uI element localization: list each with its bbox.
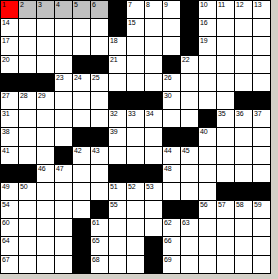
highlighted-cell-r1c4[interactable]: 4 (55, 1, 72, 18)
cell-r4c8[interactable] (127, 56, 144, 73)
cell-r11c3[interactable] (37, 183, 54, 200)
clue-number-11: 11 (218, 1, 225, 9)
clue-number-53: 53 (146, 183, 153, 191)
cell-r15c8[interactable] (127, 256, 144, 273)
clue-number-68: 68 (92, 256, 99, 264)
cell-r15c6[interactable]: 68 (91, 256, 108, 273)
cell-r7c13[interactable]: 35 (217, 110, 234, 127)
cell-r15c14[interactable] (235, 256, 252, 273)
cell-r14c14[interactable] (235, 237, 252, 254)
cell-r5c8[interactable] (127, 74, 144, 91)
cell-r8c3[interactable] (37, 128, 54, 145)
cell-r14c7[interactable] (109, 237, 126, 254)
cell-r7c2[interactable] (19, 110, 36, 127)
cell-r2c5[interactable] (73, 19, 90, 36)
cell-r9c7[interactable] (109, 147, 126, 164)
cell-r11c11[interactable] (181, 183, 198, 200)
selected-cell-r1c1[interactable]: 1 (1, 1, 18, 18)
cell-r7c14[interactable]: 36 (235, 110, 252, 127)
cell-r13c3[interactable] (37, 219, 54, 236)
cell-r11c1[interactable]: 49 (1, 183, 18, 200)
cell-r2c15[interactable] (253, 19, 270, 36)
clue-number-49: 49 (2, 183, 9, 191)
clue-number-51: 51 (110, 183, 117, 191)
cell-r13c6[interactable]: 61 (91, 219, 108, 236)
cell-r14c1[interactable]: 64 (1, 237, 18, 254)
cell-r2c8[interactable]: 15 (127, 19, 144, 36)
cell-r3c14[interactable] (235, 37, 252, 54)
black-cell-r1c11 (181, 1, 198, 18)
clue-number-59: 59 (254, 201, 261, 209)
black-cell-r4c6 (91, 56, 108, 73)
clue-number-57: 57 (218, 201, 225, 209)
cell-r5c7[interactable] (109, 74, 126, 91)
clue-number-52: 52 (128, 183, 135, 191)
cell-r6c13[interactable] (217, 92, 234, 109)
clue-number-16: 16 (200, 19, 207, 27)
cell-r12c1[interactable]: 54 (1, 201, 18, 218)
cell-r4c12[interactable] (199, 56, 216, 73)
cell-r13c1[interactable]: 60 (1, 219, 18, 236)
black-cell-r10c1 (1, 165, 18, 182)
cell-r9c14[interactable] (235, 147, 252, 164)
black-cell-r11c15 (253, 183, 270, 200)
black-cell-r5c2 (19, 74, 36, 91)
clue-number-42: 42 (74, 147, 81, 155)
cell-r2c6[interactable] (91, 19, 108, 36)
black-cell-r8c5 (73, 128, 90, 145)
cell-r13c7[interactable] (109, 219, 126, 236)
cell-r5c10[interactable]: 26 (163, 74, 180, 91)
cell-r3c8[interactable] (127, 37, 144, 54)
clue-number-43: 43 (92, 147, 99, 155)
cell-r8c7[interactable]: 39 (109, 128, 126, 145)
crossword-grid: 1234567891011121314151617181920212223242… (0, 0, 271, 274)
cell-r8c8[interactable] (127, 128, 144, 145)
cell-r14c6[interactable]: 65 (91, 237, 108, 254)
clue-number-39: 39 (110, 128, 117, 136)
cell-r2c12[interactable]: 16 (199, 19, 216, 36)
black-cell-r6c15 (253, 92, 270, 109)
cell-r9c1[interactable]: 41 (1, 147, 18, 164)
clue-number-14: 14 (2, 19, 9, 27)
cell-r3c7[interactable]: 18 (109, 37, 126, 54)
clue-number-41: 41 (2, 147, 9, 155)
clue-number-66: 66 (164, 237, 171, 245)
clue-number-25: 25 (92, 74, 99, 82)
black-cell-r6c9 (145, 92, 162, 109)
clue-number-35: 35 (218, 110, 225, 118)
cell-r7c1[interactable]: 31 (1, 110, 18, 127)
clue-number-9: 9 (164, 1, 168, 9)
cell-r11c9[interactable]: 53 (145, 183, 162, 200)
clue-number-13: 13 (254, 1, 261, 9)
clue-number-61: 61 (92, 219, 99, 227)
clue-number-10: 10 (200, 1, 207, 9)
clue-number-48: 48 (164, 165, 171, 173)
cell-r15c10[interactable]: 69 (163, 256, 180, 273)
cell-r13c2[interactable] (19, 219, 36, 236)
cell-r14c10[interactable]: 66 (163, 237, 180, 254)
cell-r10c14[interactable] (235, 165, 252, 182)
cell-r6c2[interactable]: 28 (19, 92, 36, 109)
cell-r8c2[interactable] (19, 128, 36, 145)
cell-r5c4[interactable]: 23 (55, 74, 72, 91)
cell-r10c5[interactable] (73, 165, 90, 182)
clue-number-18: 18 (110, 37, 117, 45)
cell-r13c4[interactable] (55, 219, 72, 236)
cell-r11c5[interactable] (73, 183, 90, 200)
cell-r3c3[interactable] (37, 37, 54, 54)
black-cell-r15c5 (73, 256, 90, 273)
cell-r10c15[interactable] (253, 165, 270, 182)
cell-r3c15[interactable] (253, 37, 270, 54)
clue-number-37: 37 (254, 110, 261, 118)
cell-r12c5[interactable] (73, 201, 90, 218)
clue-number-20: 20 (2, 56, 9, 64)
cell-r15c4[interactable] (55, 256, 72, 273)
clue-number-28: 28 (20, 92, 27, 100)
cell-r2c10[interactable] (163, 19, 180, 36)
cell-r14c8[interactable] (127, 237, 144, 254)
clue-number-31: 31 (2, 110, 9, 118)
cell-r13c13[interactable] (217, 219, 234, 236)
clue-number-19: 19 (200, 37, 207, 45)
cell-r9c15[interactable] (253, 147, 270, 164)
clue-number-23: 23 (56, 74, 63, 82)
black-cell-r3c11 (181, 37, 198, 54)
cell-r4c13[interactable] (217, 56, 234, 73)
cell-r9c2[interactable] (19, 147, 36, 164)
cell-r9c3[interactable] (37, 147, 54, 164)
cell-r13c15[interactable] (253, 219, 270, 236)
cell-r7c15[interactable]: 37 (253, 110, 270, 127)
black-cell-r8c10 (163, 128, 180, 145)
black-cell-r5c1 (1, 74, 18, 91)
cell-r9c11[interactable]: 45 (181, 147, 198, 164)
cell-r11c2[interactable]: 50 (19, 183, 36, 200)
black-cell-r7c12 (199, 110, 216, 127)
cell-r7c3[interactable] (37, 110, 54, 127)
cell-r9c6[interactable]: 43 (91, 147, 108, 164)
cell-r7c4[interactable] (55, 110, 72, 127)
black-cell-r6c7 (109, 92, 126, 109)
clue-number-4: 4 (56, 1, 60, 9)
cell-r15c3[interactable] (37, 256, 54, 273)
cell-r5c11[interactable] (181, 74, 198, 91)
cell-r9c5[interactable]: 42 (73, 147, 90, 164)
clue-number-2: 2 (20, 1, 24, 9)
clue-number-67: 67 (2, 256, 9, 264)
clue-number-46: 46 (38, 165, 45, 173)
cell-r14c15[interactable] (253, 237, 270, 254)
cell-r13c11[interactable]: 63 (181, 219, 198, 236)
clue-number-44: 44 (164, 147, 171, 155)
cell-r6c11[interactable] (181, 92, 198, 109)
black-cell-r10c2 (19, 165, 36, 182)
black-cell-r10c7 (109, 165, 126, 182)
cell-r4c4[interactable] (55, 56, 72, 73)
clue-number-26: 26 (164, 74, 171, 82)
cell-r11c4[interactable] (55, 183, 72, 200)
black-cell-r15c9 (145, 256, 162, 273)
cell-r13c9[interactable] (145, 219, 162, 236)
cell-r3c13[interactable] (217, 37, 234, 54)
cell-r4c9[interactable] (145, 56, 162, 73)
clue-number-24: 24 (74, 74, 81, 82)
clue-number-69: 69 (164, 256, 171, 264)
cell-r4c14[interactable] (235, 56, 252, 73)
cell-r9c10[interactable]: 44 (163, 147, 180, 164)
black-cell-r1c7 (109, 1, 126, 18)
cell-r7c7[interactable]: 32 (109, 110, 126, 127)
cell-r2c14[interactable] (235, 19, 252, 36)
cell-r10c10[interactable]: 48 (163, 165, 180, 182)
black-cell-r12c6 (91, 201, 108, 218)
clue-number-55: 55 (110, 201, 117, 209)
cell-r1c8[interactable]: 7 (127, 1, 144, 18)
cell-r3c9[interactable] (145, 37, 162, 54)
cell-r6c1[interactable]: 27 (1, 92, 18, 109)
clue-number-6: 6 (92, 1, 96, 9)
black-cell-r10c9 (145, 165, 162, 182)
cell-r15c2[interactable] (19, 256, 36, 273)
cell-r13c10[interactable]: 62 (163, 219, 180, 236)
cell-r6c10[interactable]: 30 (163, 92, 180, 109)
cell-r4c15[interactable] (253, 56, 270, 73)
cell-r14c4[interactable] (55, 237, 72, 254)
black-cell-r2c11 (181, 19, 198, 36)
clue-number-62: 62 (164, 219, 171, 227)
cell-r12c3[interactable] (37, 201, 54, 218)
cell-r11c10[interactable] (163, 183, 180, 200)
cell-r12c4[interactable] (55, 201, 72, 218)
cell-r15c11[interactable] (181, 256, 198, 273)
cell-r7c5[interactable] (73, 110, 90, 127)
cell-r1c15[interactable]: 13 (253, 1, 270, 18)
cell-r6c6[interactable] (91, 92, 108, 109)
clue-number-29: 29 (38, 92, 45, 100)
cell-r15c13[interactable] (217, 256, 234, 273)
cell-r9c8[interactable] (127, 147, 144, 164)
cell-r5c13[interactable] (217, 74, 234, 91)
cell-r12c13[interactable]: 57 (217, 201, 234, 218)
cell-r2c9[interactable] (145, 19, 162, 36)
black-cell-r4c10 (163, 56, 180, 73)
cell-r7c10[interactable] (163, 110, 180, 127)
cell-r8c9[interactable] (145, 128, 162, 145)
cell-r2c2[interactable] (19, 19, 36, 36)
clue-number-34: 34 (146, 110, 153, 118)
highlighted-cell-r1c5[interactable]: 5 (73, 1, 90, 18)
clue-number-5: 5 (74, 1, 78, 9)
cell-r8c12[interactable]: 40 (199, 128, 216, 145)
cell-r5c12[interactable] (199, 74, 216, 91)
cell-r2c3[interactable] (37, 19, 54, 36)
clue-number-30: 30 (164, 92, 171, 100)
clue-number-17: 17 (2, 37, 9, 45)
cell-r2c4[interactable] (55, 19, 72, 36)
cell-r8c1[interactable]: 38 (1, 128, 18, 145)
cell-r4c3[interactable] (37, 56, 54, 73)
cell-r7c8[interactable]: 33 (127, 110, 144, 127)
clue-number-45: 45 (182, 147, 189, 155)
cell-r10c6[interactable] (91, 165, 108, 182)
black-cell-r8c11 (181, 128, 198, 145)
cell-r10c13[interactable] (217, 165, 234, 182)
cell-r3c4[interactable] (55, 37, 72, 54)
clue-number-64: 64 (2, 237, 9, 245)
clue-number-38: 38 (2, 128, 9, 136)
black-cell-r6c14 (235, 92, 252, 109)
cell-r13c12[interactable] (199, 219, 216, 236)
clue-number-36: 36 (236, 110, 243, 118)
cell-r1c13[interactable]: 11 (217, 1, 234, 18)
cell-r11c6[interactable] (91, 183, 108, 200)
clue-number-33: 33 (128, 110, 135, 118)
clue-number-56: 56 (200, 201, 207, 209)
cell-r5c6[interactable]: 25 (91, 74, 108, 91)
cell-r2c13[interactable] (217, 19, 234, 36)
cell-r11c12[interactable] (199, 183, 216, 200)
cell-r9c13[interactable] (217, 147, 234, 164)
cell-r11c8[interactable]: 52 (127, 183, 144, 200)
cell-r8c15[interactable] (253, 128, 270, 145)
cell-r3c12[interactable]: 19 (199, 37, 216, 54)
cell-r12c2[interactable] (19, 201, 36, 218)
cell-r8c13[interactable] (217, 128, 234, 145)
cell-r1c12[interactable]: 10 (199, 1, 216, 18)
cell-r8c4[interactable] (55, 128, 72, 145)
black-cell-r11c13 (217, 183, 234, 200)
cell-r7c11[interactable] (181, 110, 198, 127)
black-cell-r5c3 (37, 74, 54, 91)
clue-number-60: 60 (2, 219, 9, 227)
cell-r6c3[interactable]: 29 (37, 92, 54, 109)
black-cell-r11c14 (235, 183, 252, 200)
cell-r5c15[interactable] (253, 74, 270, 91)
clue-number-58: 58 (236, 201, 243, 209)
cell-r10c3[interactable]: 46 (37, 165, 54, 182)
cell-r4c7[interactable]: 21 (109, 56, 126, 73)
cell-r1c14[interactable]: 12 (235, 1, 252, 18)
cell-r14c12[interactable] (199, 237, 216, 254)
cell-r3c10[interactable] (163, 37, 180, 54)
cell-r5c9[interactable] (145, 74, 162, 91)
cell-r1c10[interactable]: 9 (163, 1, 180, 18)
cell-r12c9[interactable] (145, 201, 162, 218)
cell-r2c1[interactable]: 14 (1, 19, 18, 36)
clue-number-32: 32 (110, 110, 117, 118)
cell-r14c11[interactable] (181, 237, 198, 254)
black-cell-r14c9 (145, 237, 162, 254)
cell-r12c12[interactable]: 56 (199, 201, 216, 218)
cell-r3c5[interactable] (73, 37, 90, 54)
cell-r9c9[interactable] (145, 147, 162, 164)
cell-r13c8[interactable] (127, 219, 144, 236)
black-cell-r14c5 (73, 237, 90, 254)
clue-number-3: 3 (38, 1, 42, 9)
black-cell-r13c5 (73, 219, 90, 236)
cell-r14c13[interactable] (217, 237, 234, 254)
clue-number-47: 47 (56, 165, 63, 173)
black-cell-r6c8 (127, 92, 144, 109)
cell-r10c4[interactable]: 47 (55, 165, 72, 182)
black-cell-r10c8 (127, 165, 144, 182)
cell-r4c11[interactable]: 22 (181, 56, 198, 73)
cell-r10c12[interactable] (199, 165, 216, 182)
cell-r6c5[interactable] (73, 92, 90, 109)
clue-number-21: 21 (110, 56, 117, 64)
cell-r9c12[interactable] (199, 147, 216, 164)
clue-number-12: 12 (236, 1, 243, 9)
black-cell-r9c4 (55, 147, 72, 164)
cell-r12c14[interactable]: 58 (235, 201, 252, 218)
cell-r3c1[interactable]: 17 (1, 37, 18, 54)
cell-r5c14[interactable] (235, 74, 252, 91)
cell-r5c5[interactable]: 24 (73, 74, 90, 91)
black-cell-r4c5 (73, 56, 90, 73)
cell-r4c1[interactable]: 20 (1, 56, 18, 73)
clue-number-65: 65 (92, 237, 99, 245)
highlighted-cell-r1c2[interactable]: 2 (19, 1, 36, 18)
cell-r7c6[interactable] (91, 110, 108, 127)
cell-r15c1[interactable]: 67 (1, 256, 18, 273)
black-cell-r12c11 (181, 201, 198, 218)
cell-r15c12[interactable] (199, 256, 216, 273)
black-cell-r12c10 (163, 201, 180, 218)
clue-number-50: 50 (20, 183, 27, 191)
cell-r11c7[interactable]: 51 (109, 183, 126, 200)
cell-r12c15[interactable]: 59 (253, 201, 270, 218)
cell-r14c3[interactable] (37, 237, 54, 254)
cell-r12c7[interactable]: 55 (109, 201, 126, 218)
black-cell-r8c6 (91, 128, 108, 145)
clue-number-63: 63 (182, 219, 189, 227)
clue-number-40: 40 (200, 128, 207, 136)
cell-r1c9[interactable]: 8 (145, 1, 162, 18)
clue-number-1: 1 (2, 1, 6, 9)
clue-number-7: 7 (128, 1, 132, 9)
highlighted-cell-r1c3[interactable]: 3 (37, 1, 54, 18)
clue-number-8: 8 (146, 1, 150, 9)
cell-r6c4[interactable] (55, 92, 72, 109)
cell-r7c9[interactable]: 34 (145, 110, 162, 127)
clue-number-15: 15 (128, 19, 135, 27)
cell-r14c2[interactable] (19, 237, 36, 254)
cell-r13c14[interactable] (235, 219, 252, 236)
clue-number-27: 27 (2, 92, 9, 100)
black-cell-r2c7 (109, 19, 126, 36)
cell-r10c11[interactable] (181, 165, 198, 182)
cell-r6c12[interactable] (199, 92, 216, 109)
cell-r15c7[interactable] (109, 256, 126, 273)
cell-r4c2[interactable] (19, 56, 36, 73)
cell-r8c14[interactable] (235, 128, 252, 145)
highlighted-cell-r1c6[interactable]: 6 (91, 1, 108, 18)
cell-r3c2[interactable] (19, 37, 36, 54)
clue-number-54: 54 (2, 201, 9, 209)
cell-r15c15[interactable] (253, 256, 270, 273)
cell-r3c6[interactable] (91, 37, 108, 54)
clue-number-22: 22 (182, 56, 189, 64)
cell-r12c8[interactable] (127, 201, 144, 218)
